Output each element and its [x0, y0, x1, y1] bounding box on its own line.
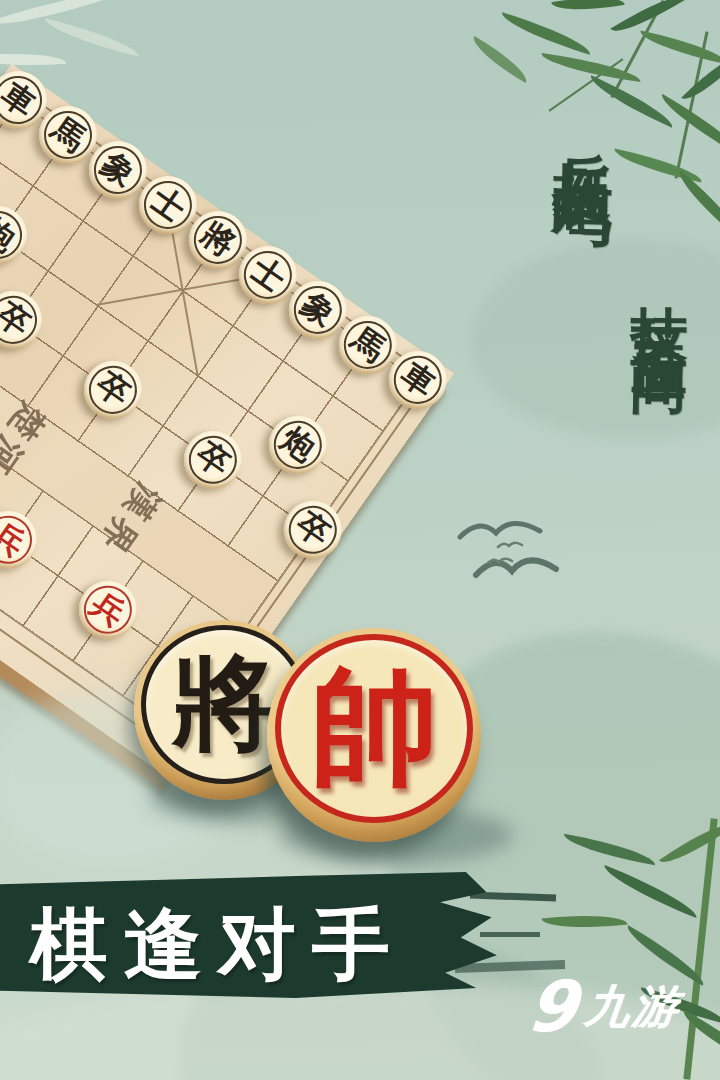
black-general-glyph: 將	[172, 635, 276, 775]
hero-piece-red-general[interactable]: 帥	[267, 628, 481, 842]
river-text-chu-he: 楚河	[0, 394, 56, 486]
jiuyou-logo[interactable]: 9 九游	[528, 972, 681, 1042]
slogan-column-2: 技艺盖世间	[621, 259, 699, 325]
brush-streak	[480, 932, 540, 937]
bamboo-leaf	[467, 36, 533, 83]
red-general-glyph: 帥	[310, 642, 438, 815]
bamboo-leaf	[498, 12, 594, 54]
logo-text: 九游	[582, 977, 684, 1037]
banner-title: 棋逢对手	[30, 893, 406, 998]
pale-bamboo-leaf	[0, 0, 109, 35]
poster-root: { "game": "xiangqi", "position": { "fen"…	[0, 0, 720, 1080]
logo-9-icon: 9	[524, 972, 580, 1042]
river-text-han-jie: 漢界	[87, 474, 171, 566]
bamboo-leaf	[551, 0, 625, 17]
flying-birds	[452, 505, 572, 600]
pale-bamboo-leaf	[42, 18, 143, 57]
bamboo-leaf	[611, 149, 704, 183]
